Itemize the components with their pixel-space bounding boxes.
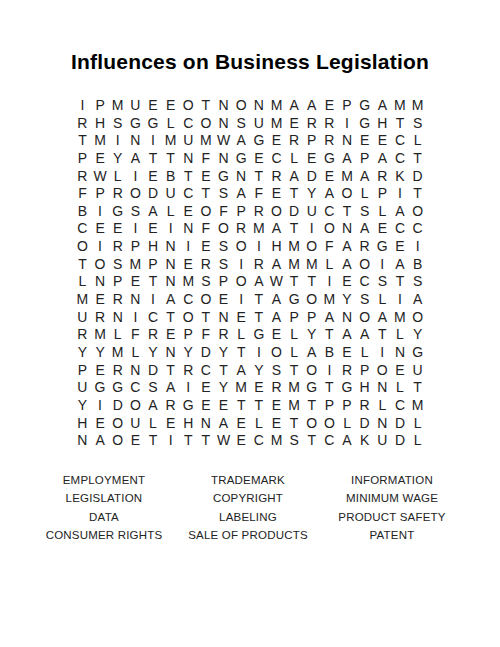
grid-cell[interactable]: O bbox=[338, 185, 356, 203]
grid-cell[interactable]: O bbox=[321, 415, 339, 433]
grid-cell[interactable]: E bbox=[285, 115, 303, 133]
grid-cell[interactable]: M bbox=[409, 97, 427, 115]
grid-cell[interactable]: A bbox=[215, 415, 233, 433]
grid-cell[interactable]: R bbox=[162, 397, 180, 415]
grid-cell[interactable]: M bbox=[91, 132, 109, 150]
grid-cell[interactable]: E bbox=[391, 238, 409, 256]
grid-cell[interactable]: R bbox=[91, 309, 109, 327]
grid-cell[interactable]: E bbox=[373, 132, 391, 150]
grid-cell[interactable]: U bbox=[127, 97, 145, 115]
grid-cell[interactable]: L bbox=[356, 185, 374, 203]
grid-cell[interactable]: A bbox=[303, 344, 321, 362]
grid-cell[interactable]: N bbox=[373, 415, 391, 433]
grid-cell[interactable]: T bbox=[321, 326, 339, 344]
grid-cell[interactable]: N bbox=[127, 291, 145, 309]
grid-cell[interactable]: E bbox=[91, 362, 109, 380]
grid-cell[interactable]: E bbox=[91, 220, 109, 238]
grid-cell[interactable]: A bbox=[303, 97, 321, 115]
grid-cell[interactable]: L bbox=[409, 432, 427, 450]
grid-cell[interactable]: S bbox=[409, 273, 427, 291]
grid-cell[interactable]: T bbox=[373, 326, 391, 344]
grid-cell[interactable]: M bbox=[74, 291, 92, 309]
grid-cell[interactable]: D bbox=[391, 415, 409, 433]
grid-cell[interactable]: A bbox=[232, 362, 250, 380]
grid-cell[interactable]: E bbox=[338, 344, 356, 362]
grid-cell[interactable]: C bbox=[391, 150, 409, 168]
grid-cell[interactable]: A bbox=[91, 432, 109, 450]
grid-cell[interactable]: P bbox=[338, 397, 356, 415]
grid-cell[interactable]: F bbox=[197, 150, 215, 168]
grid-cell[interactable]: S bbox=[215, 256, 233, 274]
grid-cell[interactable]: T bbox=[409, 150, 427, 168]
grid-cell[interactable]: N bbox=[162, 344, 180, 362]
grid-cell[interactable]: L bbox=[162, 203, 180, 221]
grid-cell[interactable]: E bbox=[232, 415, 250, 433]
grid-cell[interactable]: Y bbox=[74, 397, 92, 415]
grid-cell[interactable]: M bbox=[338, 168, 356, 186]
grid-cell[interactable]: T bbox=[215, 362, 233, 380]
grid-cell[interactable]: T bbox=[285, 415, 303, 433]
grid-cell[interactable]: M bbox=[409, 397, 427, 415]
grid-cell[interactable]: F bbox=[215, 203, 233, 221]
grid-cell[interactable]: A bbox=[268, 291, 286, 309]
grid-cell[interactable]: G bbox=[250, 132, 268, 150]
grid-cell[interactable]: P bbox=[91, 185, 109, 203]
grid-cell[interactable]: M bbox=[109, 344, 127, 362]
grid-cell[interactable]: A bbox=[356, 220, 374, 238]
grid-cell[interactable]: T bbox=[232, 344, 250, 362]
grid-cell[interactable]: O bbox=[179, 309, 197, 327]
grid-cell[interactable]: A bbox=[391, 256, 409, 274]
grid-cell[interactable]: C bbox=[391, 220, 409, 238]
grid-cell[interactable]: E bbox=[179, 203, 197, 221]
grid-cell[interactable]: N bbox=[215, 309, 233, 327]
grid-cell[interactable]: C bbox=[321, 432, 339, 450]
grid-cell[interactable]: E bbox=[268, 185, 286, 203]
grid-cell[interactable]: A bbox=[232, 185, 250, 203]
grid-cell[interactable]: A bbox=[162, 291, 180, 309]
grid-cell[interactable]: O bbox=[197, 291, 215, 309]
grid-cell[interactable]: O bbox=[127, 397, 145, 415]
grid-cell[interactable]: L bbox=[391, 326, 409, 344]
grid-cell[interactable]: C bbox=[144, 309, 162, 327]
grid-cell[interactable]: R bbox=[197, 256, 215, 274]
grid-cell[interactable]: M bbox=[109, 97, 127, 115]
grid-cell[interactable]: T bbox=[162, 362, 180, 380]
grid-cell[interactable]: L bbox=[285, 344, 303, 362]
grid-cell[interactable]: D bbox=[303, 168, 321, 186]
grid-cell[interactable]: C bbox=[197, 362, 215, 380]
grid-cell[interactable]: C bbox=[127, 379, 145, 397]
grid-cell[interactable]: B bbox=[162, 168, 180, 186]
grid-cell[interactable]: T bbox=[391, 273, 409, 291]
grid-cell[interactable]: U bbox=[373, 432, 391, 450]
grid-cell[interactable]: O bbox=[232, 238, 250, 256]
grid-cell[interactable]: T bbox=[197, 185, 215, 203]
grid-cell[interactable]: E bbox=[303, 150, 321, 168]
grid-cell[interactable]: O bbox=[127, 185, 145, 203]
grid-cell[interactable]: D bbox=[197, 344, 215, 362]
grid-cell[interactable]: G bbox=[285, 291, 303, 309]
grid-cell[interactable]: E bbox=[144, 168, 162, 186]
grid-cell[interactable]: I bbox=[162, 432, 180, 450]
grid-cell[interactable]: R bbox=[232, 220, 250, 238]
grid-cell[interactable]: R bbox=[74, 168, 92, 186]
grid-cell[interactable]: O bbox=[303, 415, 321, 433]
grid-cell[interactable]: A bbox=[162, 379, 180, 397]
grid-cell[interactable]: C bbox=[250, 432, 268, 450]
grid-cell[interactable]: N bbox=[162, 256, 180, 274]
grid-cell[interactable]: C bbox=[74, 220, 92, 238]
grid-cell[interactable]: E bbox=[91, 415, 109, 433]
grid-cell[interactable]: I bbox=[303, 220, 321, 238]
grid-cell[interactable]: G bbox=[409, 344, 427, 362]
grid-cell[interactable]: E bbox=[250, 150, 268, 168]
grid-cell[interactable]: T bbox=[250, 309, 268, 327]
grid-cell[interactable]: E bbox=[356, 132, 374, 150]
grid-cell[interactable]: N bbox=[250, 97, 268, 115]
grid-cell[interactable]: I bbox=[144, 291, 162, 309]
grid-cell[interactable]: A bbox=[268, 256, 286, 274]
grid-cell[interactable]: A bbox=[144, 203, 162, 221]
grid-cell[interactable]: U bbox=[409, 362, 427, 380]
grid-cell[interactable]: Y bbox=[74, 344, 92, 362]
grid-cell[interactable]: G bbox=[373, 238, 391, 256]
grid-cell[interactable]: I bbox=[373, 256, 391, 274]
grid-cell[interactable]: N bbox=[127, 132, 145, 150]
grid-cell[interactable]: T bbox=[250, 168, 268, 186]
grid-cell[interactable]: T bbox=[232, 397, 250, 415]
grid-cell[interactable]: O bbox=[321, 220, 339, 238]
grid-cell[interactable]: T bbox=[391, 115, 409, 133]
grid-cell[interactable]: A bbox=[232, 132, 250, 150]
grid-cell[interactable]: E bbox=[321, 168, 339, 186]
grid-cell[interactable]: A bbox=[268, 220, 286, 238]
grid-cell[interactable]: N bbox=[179, 150, 197, 168]
grid-cell[interactable]: T bbox=[409, 379, 427, 397]
grid-cell[interactable]: L bbox=[391, 379, 409, 397]
grid-cell[interactable]: P bbox=[338, 97, 356, 115]
grid-cell[interactable]: M bbox=[285, 397, 303, 415]
grid-cell[interactable]: Y bbox=[91, 344, 109, 362]
grid-cell[interactable]: R bbox=[321, 115, 339, 133]
grid-cell[interactable]: O bbox=[109, 415, 127, 433]
grid-cell[interactable]: E bbox=[268, 415, 286, 433]
grid-cell[interactable]: N bbox=[179, 220, 197, 238]
grid-cell[interactable]: A bbox=[285, 168, 303, 186]
grid-cell[interactable]: I bbox=[409, 238, 427, 256]
grid-cell[interactable]: M bbox=[232, 379, 250, 397]
grid-cell[interactable]: O bbox=[197, 115, 215, 133]
grid-cell[interactable]: H bbox=[179, 415, 197, 433]
grid-cell[interactable]: R bbox=[109, 238, 127, 256]
grid-cell[interactable]: T bbox=[179, 168, 197, 186]
grid-cell[interactable]: T bbox=[285, 220, 303, 238]
grid-cell[interactable]: E bbox=[197, 379, 215, 397]
grid-cell[interactable]: T bbox=[197, 432, 215, 450]
grid-cell[interactable]: F bbox=[197, 220, 215, 238]
grid-cell[interactable]: T bbox=[285, 185, 303, 203]
grid-cell[interactable]: I bbox=[127, 309, 145, 327]
grid-cell[interactable]: G bbox=[321, 150, 339, 168]
grid-cell[interactable]: P bbox=[321, 397, 339, 415]
grid-cell[interactable]: Y bbox=[303, 185, 321, 203]
grid-cell[interactable]: T bbox=[162, 150, 180, 168]
grid-cell[interactable]: A bbox=[285, 97, 303, 115]
grid-cell[interactable]: E bbox=[268, 326, 286, 344]
grid-cell[interactable]: A bbox=[356, 168, 374, 186]
grid-cell[interactable]: P bbox=[144, 256, 162, 274]
grid-cell[interactable]: N bbox=[74, 432, 92, 450]
grid-cell[interactable]: E bbox=[162, 97, 180, 115]
grid-cell[interactable]: L bbox=[409, 415, 427, 433]
grid-cell[interactable]: S bbox=[373, 273, 391, 291]
grid-cell[interactable]: W bbox=[91, 168, 109, 186]
grid-cell[interactable]: D bbox=[356, 415, 374, 433]
grid-cell[interactable]: E bbox=[232, 309, 250, 327]
grid-cell[interactable]: E bbox=[373, 220, 391, 238]
grid-cell[interactable]: I bbox=[144, 132, 162, 150]
grid-cell[interactable]: I bbox=[74, 97, 92, 115]
grid-cell[interactable]: T bbox=[144, 432, 162, 450]
grid-cell[interactable]: E bbox=[162, 326, 180, 344]
grid-cell[interactable]: C bbox=[268, 150, 286, 168]
grid-cell[interactable]: E bbox=[391, 362, 409, 380]
grid-cell[interactable]: W bbox=[215, 432, 233, 450]
grid-cell[interactable]: O bbox=[268, 344, 286, 362]
grid-cell[interactable]: E bbox=[268, 397, 286, 415]
grid-cell[interactable]: I bbox=[162, 220, 180, 238]
grid-cell[interactable]: E bbox=[91, 150, 109, 168]
grid-cell[interactable]: R bbox=[356, 238, 374, 256]
grid-cell[interactable]: M bbox=[268, 97, 286, 115]
grid-cell[interactable]: S bbox=[127, 203, 145, 221]
grid-cell[interactable]: N bbox=[162, 273, 180, 291]
grid-cell[interactable]: U bbox=[162, 185, 180, 203]
grid-cell[interactable]: N bbox=[338, 220, 356, 238]
grid-cell[interactable]: U bbox=[179, 132, 197, 150]
grid-cell[interactable]: O bbox=[179, 97, 197, 115]
grid-cell[interactable]: H bbox=[268, 238, 286, 256]
grid-cell[interactable]: L bbox=[109, 326, 127, 344]
grid-cell[interactable]: M bbox=[162, 132, 180, 150]
grid-cell[interactable]: R bbox=[285, 132, 303, 150]
grid-cell[interactable]: E bbox=[338, 273, 356, 291]
grid-cell[interactable]: A bbox=[268, 309, 286, 327]
grid-cell[interactable]: N bbox=[127, 362, 145, 380]
grid-cell[interactable]: M bbox=[268, 432, 286, 450]
grid-cell[interactable]: O bbox=[303, 291, 321, 309]
grid-cell[interactable]: N bbox=[215, 97, 233, 115]
grid-cell[interactable]: G bbox=[356, 97, 374, 115]
grid-cell[interactable]: G bbox=[91, 379, 109, 397]
grid-cell[interactable]: T bbox=[162, 309, 180, 327]
grid-cell[interactable]: R bbox=[109, 185, 127, 203]
grid-cell[interactable]: A bbox=[321, 185, 339, 203]
grid-cell[interactable]: A bbox=[391, 203, 409, 221]
grid-cell[interactable]: Y bbox=[215, 379, 233, 397]
grid-cell[interactable]: W bbox=[268, 273, 286, 291]
grid-cell[interactable]: O bbox=[356, 256, 374, 274]
grid-cell[interactable]: R bbox=[356, 397, 374, 415]
grid-cell[interactable]: T bbox=[321, 379, 339, 397]
grid-cell[interactable]: O bbox=[409, 309, 427, 327]
grid-cell[interactable]: O bbox=[232, 97, 250, 115]
grid-cell[interactable]: I bbox=[321, 273, 339, 291]
grid-cell[interactable]: Y bbox=[250, 362, 268, 380]
grid-cell[interactable]: R bbox=[268, 168, 286, 186]
grid-cell[interactable]: N bbox=[338, 309, 356, 327]
grid-cell[interactable]: R bbox=[179, 362, 197, 380]
grid-cell[interactable]: E bbox=[321, 97, 339, 115]
grid-cell[interactable]: E bbox=[197, 397, 215, 415]
grid-cell[interactable]: I bbox=[179, 238, 197, 256]
grid-cell[interactable]: M bbox=[391, 97, 409, 115]
grid-cell[interactable]: N bbox=[215, 150, 233, 168]
grid-cell[interactable]: A bbox=[373, 309, 391, 327]
grid-cell[interactable]: T bbox=[144, 273, 162, 291]
grid-cell[interactable]: N bbox=[232, 168, 250, 186]
grid-cell[interactable]: C bbox=[179, 115, 197, 133]
grid-cell[interactable]: H bbox=[144, 238, 162, 256]
grid-cell[interactable]: N bbox=[91, 273, 109, 291]
grid-cell[interactable]: E bbox=[109, 220, 127, 238]
grid-cell[interactable]: L bbox=[109, 168, 127, 186]
grid-cell[interactable]: R bbox=[268, 379, 286, 397]
grid-cell[interactable]: O bbox=[109, 432, 127, 450]
grid-cell[interactable]: I bbox=[91, 397, 109, 415]
grid-cell[interactable]: S bbox=[356, 291, 374, 309]
grid-cell[interactable]: H bbox=[373, 115, 391, 133]
grid-cell[interactable]: L bbox=[285, 150, 303, 168]
grid-cell[interactable]: O bbox=[356, 309, 374, 327]
grid-cell[interactable]: P bbox=[373, 185, 391, 203]
grid-cell[interactable]: E bbox=[197, 238, 215, 256]
grid-cell[interactable]: A bbox=[338, 256, 356, 274]
grid-cell[interactable]: O bbox=[74, 238, 92, 256]
grid-cell[interactable]: I bbox=[109, 132, 127, 150]
grid-cell[interactable]: D bbox=[409, 168, 427, 186]
grid-cell[interactable]: P bbox=[109, 273, 127, 291]
grid-cell[interactable]: S bbox=[109, 115, 127, 133]
grid-cell[interactable]: T bbox=[179, 432, 197, 450]
grid-cell[interactable]: I bbox=[232, 256, 250, 274]
grid-cell[interactable]: F bbox=[197, 326, 215, 344]
grid-cell[interactable]: O bbox=[268, 203, 286, 221]
grid-cell[interactable]: I bbox=[91, 238, 109, 256]
grid-cell[interactable]: P bbox=[232, 203, 250, 221]
grid-cell[interactable]: T bbox=[285, 273, 303, 291]
grid-cell[interactable]: O bbox=[409, 203, 427, 221]
grid-cell[interactable]: L bbox=[373, 203, 391, 221]
grid-cell[interactable]: B bbox=[74, 203, 92, 221]
grid-cell[interactable]: L bbox=[127, 344, 145, 362]
grid-cell[interactable]: P bbox=[127, 238, 145, 256]
grid-cell[interactable]: P bbox=[74, 150, 92, 168]
grid-cell[interactable]: A bbox=[250, 273, 268, 291]
grid-cell[interactable]: A bbox=[338, 150, 356, 168]
grid-cell[interactable]: F bbox=[250, 185, 268, 203]
grid-cell[interactable]: M bbox=[91, 326, 109, 344]
grid-cell[interactable]: T bbox=[197, 97, 215, 115]
grid-cell[interactable]: G bbox=[232, 150, 250, 168]
grid-cell[interactable]: F bbox=[321, 238, 339, 256]
grid-cell[interactable]: I bbox=[391, 185, 409, 203]
grid-cell[interactable]: A bbox=[144, 397, 162, 415]
grid-cell[interactable]: A bbox=[338, 432, 356, 450]
grid-cell[interactable]: L bbox=[409, 132, 427, 150]
grid-cell[interactable]: G bbox=[144, 115, 162, 133]
grid-cell[interactable]: E bbox=[127, 432, 145, 450]
grid-cell[interactable]: N bbox=[338, 132, 356, 150]
grid-cell[interactable]: N bbox=[373, 379, 391, 397]
grid-cell[interactable]: G bbox=[179, 397, 197, 415]
grid-cell[interactable]: G bbox=[303, 379, 321, 397]
grid-cell[interactable]: E bbox=[179, 256, 197, 274]
grid-cell[interactable]: E bbox=[268, 132, 286, 150]
grid-cell[interactable]: O bbox=[303, 362, 321, 380]
grid-cell[interactable]: E bbox=[144, 97, 162, 115]
grid-cell[interactable]: R bbox=[109, 291, 127, 309]
grid-cell[interactable]: P bbox=[179, 326, 197, 344]
grid-cell[interactable]: N bbox=[215, 115, 233, 133]
grid-cell[interactable]: L bbox=[373, 291, 391, 309]
grid-cell[interactable]: L bbox=[356, 344, 374, 362]
grid-cell[interactable]: C bbox=[409, 220, 427, 238]
grid-cell[interactable]: G bbox=[109, 379, 127, 397]
grid-cell[interactable]: S bbox=[356, 203, 374, 221]
grid-cell[interactable]: D bbox=[109, 397, 127, 415]
grid-cell[interactable]: T bbox=[144, 150, 162, 168]
grid-cell[interactable]: R bbox=[144, 326, 162, 344]
grid-cell[interactable]: I bbox=[321, 362, 339, 380]
grid-cell[interactable]: D bbox=[144, 362, 162, 380]
grid-cell[interactable]: M bbox=[391, 309, 409, 327]
grid-cell[interactable]: L bbox=[162, 115, 180, 133]
grid-cell[interactable]: Y bbox=[144, 344, 162, 362]
grid-cell[interactable]: I bbox=[338, 115, 356, 133]
grid-cell[interactable]: C bbox=[179, 291, 197, 309]
grid-cell[interactable]: U bbox=[74, 309, 92, 327]
grid-cell[interactable]: M bbox=[321, 291, 339, 309]
grid-cell[interactable]: C bbox=[391, 397, 409, 415]
grid-cell[interactable]: P bbox=[91, 97, 109, 115]
grid-cell[interactable]: S bbox=[232, 115, 250, 133]
grid-cell[interactable]: M bbox=[285, 256, 303, 274]
grid-cell[interactable]: T bbox=[197, 309, 215, 327]
grid-cell[interactable]: E bbox=[250, 379, 268, 397]
grid-cell[interactable]: P bbox=[303, 309, 321, 327]
grid-cell[interactable]: S bbox=[215, 238, 233, 256]
grid-cell[interactable]: H bbox=[74, 415, 92, 433]
grid-cell[interactable]: I bbox=[127, 168, 145, 186]
grid-cell[interactable]: M bbox=[285, 379, 303, 397]
grid-cell[interactable]: G bbox=[215, 168, 233, 186]
grid-cell[interactable]: D bbox=[391, 432, 409, 450]
grid-cell[interactable]: O bbox=[373, 362, 391, 380]
grid-cell[interactable]: A bbox=[321, 309, 339, 327]
grid-cell[interactable]: O bbox=[232, 273, 250, 291]
grid-cell[interactable]: N bbox=[391, 344, 409, 362]
grid-cell[interactable]: A bbox=[373, 150, 391, 168]
grid-cell[interactable]: D bbox=[144, 185, 162, 203]
grid-cell[interactable]: R bbox=[373, 168, 391, 186]
grid-cell[interactable]: E bbox=[215, 291, 233, 309]
grid-cell[interactable]: S bbox=[285, 432, 303, 450]
grid-cell[interactable]: P bbox=[356, 150, 374, 168]
grid-cell[interactable]: R bbox=[338, 362, 356, 380]
grid-cell[interactable]: L bbox=[74, 273, 92, 291]
